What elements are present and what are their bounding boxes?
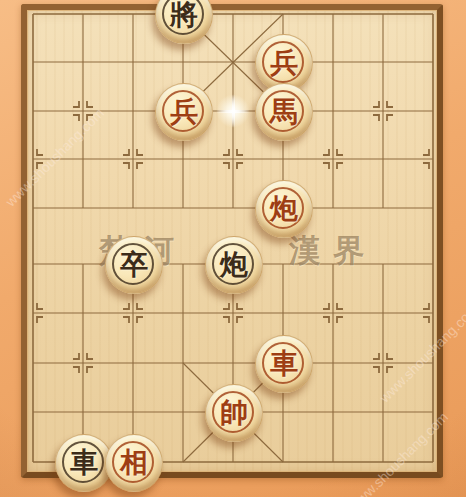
move-highlight-sparkle [214,92,252,130]
river-label-han-jie: 漢界 [289,230,377,272]
piece-red-cannon[interactable]: 炮 [255,180,313,238]
piece-character: 車 [70,449,98,477]
piece-character: 炮 [220,251,248,279]
piece-black-soldier[interactable]: 卒 [105,236,163,294]
piece-black-cannon[interactable]: 炮 [205,236,263,294]
piece-red-chariot[interactable]: 車 [255,335,313,393]
piece-character: 車 [270,350,298,378]
piece-red-elephant[interactable]: 相 [105,434,163,492]
piece-red-soldier-b[interactable]: 兵 [155,83,213,141]
piece-character: 將 [170,1,198,29]
xiangqi-app-screen: 楚河 漢界 www.shoushang.com www.shoushang.co… [0,0,466,497]
piece-character: 卒 [120,251,148,279]
piece-character: 兵 [270,49,298,77]
piece-red-horse[interactable]: 馬 [255,83,313,141]
piece-red-general[interactable]: 帥 [205,384,263,442]
piece-character: 相 [120,449,148,477]
piece-character: 帥 [220,399,248,427]
piece-character: 兵 [170,98,198,126]
piece-character: 馬 [270,98,298,126]
piece-character: 炮 [270,195,298,223]
